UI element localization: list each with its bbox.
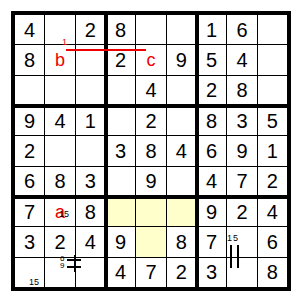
pencil-mark-r8c8: 15 [227,233,239,243]
cell-r3c5[interactable]: 4 [136,76,165,105]
cell-r3c2[interactable] [45,76,74,105]
cell-r3c4[interactable] [106,76,135,105]
cell-r5c7[interactable]: 6 [197,136,226,165]
cell-r9c3[interactable] [76,258,105,287]
cell-r2c7[interactable]: 5 [197,45,226,74]
cell-r1c2[interactable] [45,15,74,44]
cell-r8c1[interactable]: 3 [15,227,44,256]
cell-r2c9[interactable] [258,45,287,74]
cell-r4c8[interactable]: 3 [227,106,256,135]
box-divider-horizontal-2 [14,195,288,199]
cell-r1c9[interactable] [258,15,287,44]
cell-r9c5[interactable]: 7 [136,258,165,287]
cell-r3c6[interactable] [167,76,196,105]
cell-r8c2[interactable]: 2 [45,227,74,256]
pencil-mark-b-superscript: 1 [62,37,67,47]
box-divider-vertical-2 [195,14,199,288]
cell-r5c9[interactable]: 1 [258,136,287,165]
pencil-mark-r9c2-9: 9 [60,262,64,269]
cell-r2c8[interactable]: 4 [227,45,256,74]
cell-r5c5[interactable]: 8 [136,136,165,165]
cell-r1c1[interactable]: 4 [15,15,44,44]
sudoku-grid: 428168b2c9544289412835238469168394727a89… [15,15,287,287]
cell-r3c1[interactable] [15,76,44,105]
cell-r4c3[interactable]: 1 [76,106,105,135]
cell-r5c6[interactable]: 4 [167,136,196,165]
cell-r1c3[interactable]: 2 [76,15,105,44]
cell-r4c2[interactable]: 4 [45,106,74,135]
box-divider-vertical-1 [104,14,108,288]
pencil-mark-r9c1: 15 [29,277,39,287]
cell-r1c7[interactable]: 1 [197,15,226,44]
cell-r9c9[interactable]: 8 [258,258,287,287]
cell-r1c4[interactable]: 8 [106,15,135,44]
cell-r7c8[interactable]: 2 [227,197,256,226]
cell-r8c4[interactable]: 9 [106,227,135,256]
cell-r7c3[interactable]: 8 [76,197,105,226]
cell-r8c7[interactable]: 7 [197,227,226,256]
cell-r4c5[interactable]: 2 [136,106,165,135]
cell-r8c3[interactable]: 4 [76,227,105,256]
label-c: c [146,51,155,69]
cell-r5c4[interactable]: 3 [106,136,135,165]
cell-r9c4[interactable]: 4 [106,258,135,287]
cell-r1c6[interactable] [167,15,196,44]
tally-stroke-2 [237,245,239,268]
pencil-mark-a-subscript: 15 [59,209,69,219]
cell-r7c5[interactable] [136,197,165,226]
cell-r3c9[interactable] [258,76,287,105]
sudoku-board: 428168b2c9544289412835238469168394727a89… [11,11,291,291]
cell-r4c7[interactable]: 8 [197,106,226,135]
cell-r4c1[interactable]: 9 [15,106,44,135]
cell-r3c8[interactable]: 8 [227,76,256,105]
cell-r3c7[interactable]: 2 [197,76,226,105]
cell-r4c4[interactable] [106,106,135,135]
cell-r3c3[interactable] [76,76,105,105]
cell-r7c1[interactable]: 7 [15,197,44,226]
cell-r6c7[interactable]: 4 [197,167,226,196]
cell-r4c6[interactable] [167,106,196,135]
cell-r9c7[interactable]: 3 [197,258,226,287]
cell-r9c6[interactable]: 2 [167,258,196,287]
label-b: b [55,51,65,69]
cell-r7c4[interactable] [106,197,135,226]
cell-r4c9[interactable]: 5 [258,106,287,135]
cell-r6c3[interactable]: 3 [76,167,105,196]
cell-r5c1[interactable]: 2 [15,136,44,165]
cell-r6c9[interactable]: 2 [258,167,287,196]
cell-r8c9[interactable]: 6 [258,227,287,256]
cell-r2c1[interactable]: 8 [15,45,44,74]
cell-r6c1[interactable]: 6 [15,167,44,196]
cell-r6c4[interactable] [106,167,135,196]
cell-r5c2[interactable] [45,136,74,165]
cell-r6c8[interactable]: 7 [227,167,256,196]
red-annotation-line [66,49,146,51]
box-divider-horizontal-1 [14,104,288,108]
cell-r7c9[interactable]: 4 [258,197,287,226]
cell-r7c7[interactable]: 9 [197,197,226,226]
cell-r8c6[interactable]: 8 [167,227,196,256]
cell-r1c5[interactable] [136,15,165,44]
cell-r6c5[interactable]: 9 [136,167,165,196]
tally-stroke-1 [230,245,232,268]
cell-r5c8[interactable]: 9 [227,136,256,165]
cell-r6c6[interactable] [167,167,196,196]
cell-r5c3[interactable] [76,136,105,165]
cell-r7c6[interactable] [167,197,196,226]
cell-r1c8[interactable]: 6 [227,15,256,44]
cell-r2c6[interactable]: 9 [167,45,196,74]
cross-stroke-vertical [74,255,76,272]
cell-r6c2[interactable]: 8 [45,167,74,196]
cell-r8c5[interactable] [136,227,165,256]
